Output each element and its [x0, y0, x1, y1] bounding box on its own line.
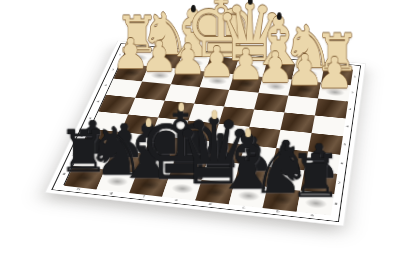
board-grid: ♜♞♝♚♛♝♞♜♟♟♟♟♟♟♟♟♟♟♟♟♟♟♟♟♜♞♝♚♛♝♞♜ [63, 48, 352, 215]
coord-label: 3 [104, 84, 108, 87]
chess-board: hgfedcba hgfedcba 12345678 12345678 ♜♞♝♚… [46, 41, 365, 225]
black-rook-a8: ♜ [255, 147, 374, 207]
white-pawn-a2: ♟ [292, 52, 377, 94]
chess-set-product-photo: hgfedcba hgfedcba 12345678 12345678 ♜♞♝♚… [0, 0, 420, 259]
board-square-a8: ♜ [297, 191, 335, 216]
